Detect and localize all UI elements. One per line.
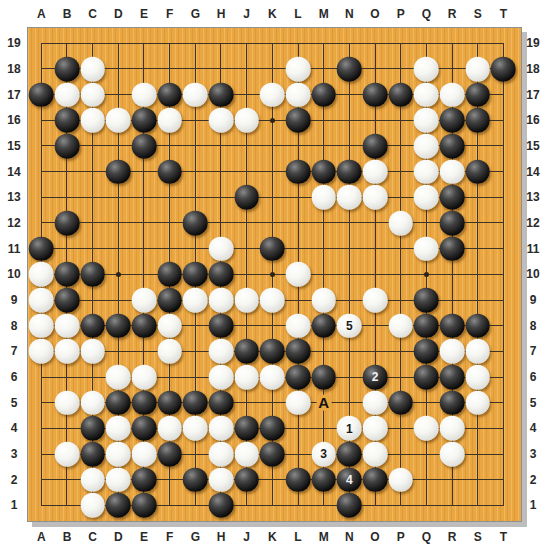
white-stone-H6 [209, 365, 234, 390]
black-stone-F3 [157, 442, 182, 467]
coord-bottom-T: T [500, 530, 507, 544]
white-stone-R4 [440, 416, 465, 441]
black-stone-L16 [286, 108, 311, 133]
black-stone-C10 [80, 262, 105, 287]
black-stone-B12 [55, 211, 80, 236]
black-stone-G2 [183, 467, 208, 492]
black-stone-E4 [132, 416, 157, 441]
coord-top-D: D [114, 7, 123, 21]
black-stone-S8 [465, 313, 490, 338]
white-stone-P2 [388, 467, 413, 492]
coord-bottom-G: G [191, 530, 200, 544]
white-stone-C2 [80, 467, 105, 492]
white-stone-D6 [106, 365, 131, 390]
black-stone-S14 [465, 159, 490, 184]
coord-top-P: P [397, 7, 405, 21]
white-stone-R14 [440, 159, 465, 184]
black-stone-E2 [132, 467, 157, 492]
move-number-5: 5 [346, 320, 353, 332]
black-stone-F14 [157, 159, 182, 184]
coord-top-N: N [345, 7, 354, 21]
coord-bottom-P: P [397, 530, 405, 544]
coord-left-14: 14 [7, 165, 20, 179]
coord-left-5: 5 [11, 396, 18, 410]
coord-bottom-E: E [140, 530, 148, 544]
white-stone-Q18 [414, 57, 439, 82]
white-stone-M3: 3 [311, 442, 336, 467]
black-stone-O6: 2 [363, 365, 388, 390]
coord-right-13: 13 [526, 190, 539, 204]
coord-right-5: 5 [530, 396, 537, 410]
white-stone-N4: 1 [337, 416, 362, 441]
coord-bottom-J: J [243, 530, 250, 544]
coord-bottom-H: H [217, 530, 226, 544]
white-stone-O9 [363, 288, 388, 313]
coord-right-4: 4 [530, 421, 537, 435]
coord-bottom-M: M [319, 530, 329, 544]
black-stone-K7 [260, 339, 285, 364]
move-number-3: 3 [320, 448, 327, 460]
move-number-1: 1 [346, 422, 353, 434]
white-stone-S7 [465, 339, 490, 364]
black-stone-J13 [234, 185, 259, 210]
white-stone-H7 [209, 339, 234, 364]
coord-left-12: 12 [7, 216, 20, 230]
white-stone-R17 [440, 82, 465, 107]
coord-right-6: 6 [530, 370, 537, 384]
black-stone-L14 [286, 159, 311, 184]
black-stone-N14 [337, 159, 362, 184]
black-stone-E15 [132, 134, 157, 159]
white-stone-P12 [388, 211, 413, 236]
white-stone-G4 [183, 416, 208, 441]
white-stone-M9 [311, 288, 336, 313]
black-stone-N3 [337, 442, 362, 467]
black-stone-H1 [209, 493, 234, 518]
coord-right-14: 14 [526, 165, 539, 179]
white-stone-B8 [55, 313, 80, 338]
black-stone-M6 [311, 365, 336, 390]
black-stone-L6 [286, 365, 311, 390]
black-stone-H10 [209, 262, 234, 287]
black-stone-F5 [157, 390, 182, 415]
black-stone-B10 [55, 262, 80, 287]
black-stone-R8 [440, 313, 465, 338]
white-stone-Q11 [414, 236, 439, 261]
black-stone-J7 [234, 339, 259, 364]
white-stone-O5 [363, 390, 388, 415]
white-stone-F4 [157, 416, 182, 441]
black-stone-B18 [55, 57, 80, 82]
coord-top-E: E [140, 7, 148, 21]
white-stone-J3 [234, 442, 259, 467]
black-stone-C3 [80, 442, 105, 467]
white-stone-E6 [132, 365, 157, 390]
black-stone-R5 [440, 390, 465, 415]
white-stone-S5 [465, 390, 490, 415]
white-stone-D3 [106, 442, 131, 467]
grid-vertical-line [503, 43, 504, 506]
coord-left-19: 19 [7, 36, 20, 50]
black-stone-H5 [209, 390, 234, 415]
white-stone-O13 [363, 185, 388, 210]
coord-left-10: 10 [7, 267, 20, 281]
coord-right-19: 19 [526, 36, 539, 50]
point-label-A: A [316, 394, 331, 411]
white-stone-H11 [209, 236, 234, 261]
coord-bottom-K: K [268, 530, 277, 544]
white-stone-K17 [260, 82, 285, 107]
white-stone-Q4 [414, 416, 439, 441]
coord-bottom-Q: Q [422, 530, 431, 544]
coord-top-G: G [191, 7, 200, 21]
black-stone-M8 [311, 313, 336, 338]
black-stone-G12 [183, 211, 208, 236]
coord-bottom-S: S [474, 530, 482, 544]
black-stone-H17 [209, 82, 234, 107]
coord-right-16: 16 [526, 113, 539, 127]
black-stone-O17 [363, 82, 388, 107]
white-stone-O4 [363, 416, 388, 441]
coord-top-C: C [88, 7, 97, 21]
black-stone-Q8 [414, 313, 439, 338]
coord-left-17: 17 [7, 88, 20, 102]
white-stone-K9 [260, 288, 285, 313]
black-stone-M17 [311, 82, 336, 107]
coord-right-15: 15 [526, 139, 539, 153]
coord-bottom-R: R [448, 530, 457, 544]
black-stone-F9 [157, 288, 182, 313]
white-stone-L18 [286, 57, 311, 82]
coord-right-8: 8 [530, 319, 537, 333]
go-diagram: AABBCCDDEEFFGGHHJJKKLLMMNNOOPPQQRRSSTT19… [0, 0, 550, 550]
black-stone-O2 [363, 467, 388, 492]
white-stone-C18 [80, 57, 105, 82]
black-stone-B15 [55, 134, 80, 159]
star-point [270, 272, 275, 277]
white-stone-C1 [80, 493, 105, 518]
black-stone-A17 [29, 82, 54, 107]
black-stone-K3 [260, 442, 285, 467]
white-stone-H16 [209, 108, 234, 133]
coord-left-16: 16 [7, 113, 20, 127]
black-stone-K4 [260, 416, 285, 441]
coord-top-M: M [319, 7, 329, 21]
coord-top-J: J [243, 7, 250, 21]
black-stone-E5 [132, 390, 157, 415]
black-stone-C8 [80, 313, 105, 338]
black-stone-B9 [55, 288, 80, 313]
coord-left-7: 7 [11, 344, 18, 358]
white-stone-C16 [80, 108, 105, 133]
white-stone-A7 [29, 339, 54, 364]
coord-right-11: 11 [527, 242, 540, 256]
white-stone-B5 [55, 390, 80, 415]
black-stone-B16 [55, 108, 80, 133]
white-stone-J16 [234, 108, 259, 133]
white-stone-L10 [286, 262, 311, 287]
black-stone-Q7 [414, 339, 439, 364]
white-stone-G9 [183, 288, 208, 313]
white-stone-S18 [465, 57, 490, 82]
coord-bottom-C: C [88, 530, 97, 544]
coord-bottom-A: A [37, 530, 46, 544]
white-stone-Q14 [414, 159, 439, 184]
black-stone-R13 [440, 185, 465, 210]
coord-top-A: A [37, 7, 46, 21]
black-stone-J4 [234, 416, 259, 441]
coord-bottom-N: N [345, 530, 354, 544]
coord-left-9: 9 [11, 293, 18, 307]
black-stone-M2 [311, 467, 336, 492]
star-point [424, 272, 429, 277]
black-stone-D14 [106, 159, 131, 184]
black-stone-J2 [234, 467, 259, 492]
move-number-4: 4 [346, 474, 353, 486]
white-stone-Q13 [414, 185, 439, 210]
coord-right-2: 2 [530, 473, 537, 487]
coord-right-17: 17 [526, 88, 539, 102]
coord-bottom-D: D [114, 530, 123, 544]
white-stone-E9 [132, 288, 157, 313]
white-stone-P8 [388, 313, 413, 338]
black-stone-G5 [183, 390, 208, 415]
coord-right-10: 10 [526, 267, 539, 281]
coord-left-3: 3 [11, 447, 18, 461]
white-stone-A10 [29, 262, 54, 287]
move-number-2: 2 [372, 371, 379, 383]
coord-bottom-F: F [166, 530, 173, 544]
coord-right-3: 3 [530, 447, 537, 461]
black-stone-S17 [465, 82, 490, 107]
black-stone-L7 [286, 339, 311, 364]
white-stone-D16 [106, 108, 131, 133]
white-stone-L8 [286, 313, 311, 338]
white-stone-G17 [183, 82, 208, 107]
white-stone-D2 [106, 467, 131, 492]
white-stone-C17 [80, 82, 105, 107]
black-stone-F17 [157, 82, 182, 107]
coord-left-15: 15 [7, 139, 20, 153]
white-stone-H4 [209, 416, 234, 441]
white-stone-C7 [80, 339, 105, 364]
white-stone-E17 [132, 82, 157, 107]
white-stone-H9 [209, 288, 234, 313]
coord-left-11: 11 [8, 242, 21, 256]
white-stone-D4 [106, 416, 131, 441]
white-stone-F16 [157, 108, 182, 133]
black-stone-D1 [106, 493, 131, 518]
black-stone-P5 [388, 390, 413, 415]
coord-left-13: 13 [7, 190, 20, 204]
black-stone-L2 [286, 467, 311, 492]
white-stone-R3 [440, 442, 465, 467]
black-stone-E16 [132, 108, 157, 133]
black-stone-N2: 4 [337, 467, 362, 492]
star-point [116, 272, 121, 277]
white-stone-A8 [29, 313, 54, 338]
coord-left-4: 4 [11, 421, 18, 435]
black-stone-P17 [388, 82, 413, 107]
white-stone-L5 [286, 390, 311, 415]
white-stone-J6 [234, 365, 259, 390]
white-stone-K6 [260, 365, 285, 390]
coord-top-O: O [370, 7, 379, 21]
coord-top-H: H [217, 7, 226, 21]
black-stone-N1 [337, 493, 362, 518]
white-stone-B7 [55, 339, 80, 364]
grid-vertical-line [400, 43, 401, 506]
white-stone-F7 [157, 339, 182, 364]
coord-top-R: R [448, 7, 457, 21]
coord-top-B: B [63, 7, 72, 21]
black-stone-R16 [440, 108, 465, 133]
white-stone-S6 [465, 365, 490, 390]
black-stone-K11 [260, 236, 285, 261]
black-stone-S16 [465, 108, 490, 133]
white-stone-J9 [234, 288, 259, 313]
black-stone-G10 [183, 262, 208, 287]
black-stone-E8 [132, 313, 157, 338]
black-stone-R12 [440, 211, 465, 236]
black-stone-C4 [80, 416, 105, 441]
black-stone-R15 [440, 134, 465, 159]
coord-bottom-O: O [370, 530, 379, 544]
black-stone-T18 [491, 57, 516, 82]
white-stone-B17 [55, 82, 80, 107]
black-stone-R6 [440, 365, 465, 390]
black-stone-Q9 [414, 288, 439, 313]
coord-right-9: 9 [530, 293, 537, 307]
white-stone-Q15 [414, 134, 439, 159]
white-stone-E3 [132, 442, 157, 467]
grid-vertical-line [323, 43, 324, 506]
white-stone-N13 [337, 185, 362, 210]
coord-top-K: K [268, 7, 277, 21]
black-stone-D8 [106, 313, 131, 338]
white-stone-L17 [286, 82, 311, 107]
black-stone-R11 [440, 236, 465, 261]
coord-left-6: 6 [11, 370, 18, 384]
coord-top-L: L [294, 7, 301, 21]
black-stone-H8 [209, 313, 234, 338]
white-stone-H2 [209, 467, 234, 492]
coord-left-8: 8 [11, 319, 18, 333]
coord-right-18: 18 [526, 62, 539, 76]
black-stone-A11 [29, 236, 54, 261]
coord-top-T: T [500, 7, 507, 21]
star-point [270, 118, 275, 123]
black-stone-F10 [157, 262, 182, 287]
black-stone-O15 [363, 134, 388, 159]
white-stone-Q16 [414, 108, 439, 133]
coord-left-2: 2 [11, 473, 18, 487]
coord-right-12: 12 [526, 216, 539, 230]
white-stone-C5 [80, 390, 105, 415]
white-stone-M13 [311, 185, 336, 210]
black-stone-N18 [337, 57, 362, 82]
coord-top-Q: Q [422, 7, 431, 21]
white-stone-A9 [29, 288, 54, 313]
white-stone-Q17 [414, 82, 439, 107]
coord-left-1: 1 [11, 498, 18, 512]
black-stone-E1 [132, 493, 157, 518]
white-stone-N8: 5 [337, 313, 362, 338]
coord-top-F: F [166, 7, 173, 21]
white-stone-F8 [157, 313, 182, 338]
white-stone-O14 [363, 159, 388, 184]
black-stone-D5 [106, 390, 131, 415]
coord-right-7: 7 [530, 344, 537, 358]
black-stone-M14 [311, 159, 336, 184]
white-stone-B3 [55, 442, 80, 467]
coord-right-1: 1 [530, 498, 537, 512]
white-stone-H3 [209, 442, 234, 467]
black-stone-Q6 [414, 365, 439, 390]
coord-bottom-L: L [294, 530, 301, 544]
coord-top-S: S [474, 7, 482, 21]
coord-left-18: 18 [7, 62, 20, 76]
coord-bottom-B: B [63, 530, 72, 544]
white-stone-R7 [440, 339, 465, 364]
white-stone-O3 [363, 442, 388, 467]
